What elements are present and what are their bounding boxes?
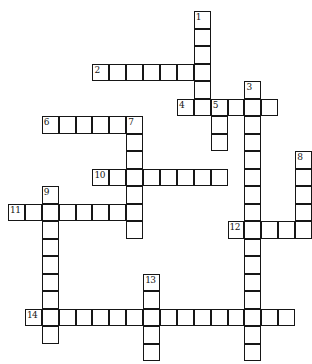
grid-cell-r12-c16[interactable]: [278, 221, 295, 239]
grid-cell-r3-c11[interactable]: [194, 64, 211, 82]
grid-cell-r18-c8[interactable]: [143, 326, 160, 344]
clue-number-1: 1: [196, 12, 201, 22]
grid-cell-r3-c10[interactable]: [177, 64, 194, 82]
crossword-board: 1234567810911121314: [8, 11, 312, 361]
grid-cell-r17-c7[interactable]: [126, 309, 143, 327]
grid-cell-r11-c7[interactable]: [126, 204, 143, 222]
grid-cell-r10-c2[interactable]: 9: [42, 186, 59, 204]
grid-cell-r8-c17[interactable]: 8: [295, 151, 312, 169]
grid-cell-r17-c13[interactable]: [228, 309, 245, 327]
grid-cell-r11-c14[interactable]: [244, 204, 261, 222]
grid-cell-r16-c2[interactable]: [42, 291, 59, 309]
grid-cell-r6-c14[interactable]: [244, 116, 261, 134]
clue-number-4: 4: [179, 100, 184, 110]
grid-cell-r17-c12[interactable]: [211, 309, 228, 327]
grid-cell-r10-c7[interactable]: [126, 186, 143, 204]
grid-cell-r16-c8[interactable]: [143, 291, 160, 309]
grid-cell-r5-c10[interactable]: 4: [177, 99, 194, 117]
grid-cell-r17-c11[interactable]: [194, 309, 211, 327]
grid-cell-r9-c9[interactable]: [160, 169, 177, 187]
grid-cell-r7-c12[interactable]: [211, 134, 228, 152]
grid-cell-r9-c11[interactable]: [194, 169, 211, 187]
grid-cell-r2-c11[interactable]: [194, 46, 211, 64]
grid-cell-r17-c5[interactable]: [92, 309, 109, 327]
clue-number-14: 14: [27, 310, 37, 320]
clue-number-7: 7: [128, 117, 133, 127]
grid-cell-r9-c10[interactable]: [177, 169, 194, 187]
grid-cell-r9-c17[interactable]: [295, 169, 312, 187]
grid-cell-r5-c14[interactable]: [244, 99, 261, 117]
grid-cell-r9-c7[interactable]: [126, 169, 143, 187]
grid-cell-r15-c8[interactable]: 13: [143, 274, 160, 292]
grid-cell-r17-c9[interactable]: [160, 309, 177, 327]
grid-cell-r6-c2[interactable]: 6: [42, 116, 59, 134]
grid-cell-r5-c11[interactable]: [194, 99, 211, 117]
grid-cell-r9-c5[interactable]: 10: [92, 169, 109, 187]
grid-cell-r5-c15[interactable]: [261, 99, 278, 117]
grid-cell-r14-c2[interactable]: [42, 256, 59, 274]
grid-cell-r6-c5[interactable]: [92, 116, 109, 134]
grid-cell-r16-c14[interactable]: [244, 291, 261, 309]
grid-cell-r3-c6[interactable]: [109, 64, 126, 82]
grid-cell-r17-c10[interactable]: [177, 309, 194, 327]
grid-cell-r17-c2[interactable]: [42, 309, 59, 327]
clue-number-6: 6: [44, 117, 49, 127]
grid-cell-r9-c8[interactable]: [143, 169, 160, 187]
grid-cell-r17-c1[interactable]: 14: [25, 309, 42, 327]
grid-cell-r17-c16[interactable]: [278, 309, 295, 327]
grid-cell-r18-c14[interactable]: [244, 326, 261, 344]
grid-cell-r8-c7[interactable]: [126, 151, 143, 169]
grid-cell-r9-c6[interactable]: [109, 169, 126, 187]
grid-cell-r12-c13[interactable]: 12: [228, 221, 245, 239]
clue-number-8: 8: [297, 152, 302, 162]
grid-cell-r5-c13[interactable]: [228, 99, 245, 117]
grid-cell-r17-c4[interactable]: [76, 309, 93, 327]
grid-cell-r11-c2[interactable]: [42, 204, 59, 222]
grid-cell-r1-c11[interactable]: [194, 29, 211, 47]
clue-number-9: 9: [44, 187, 49, 197]
grid-cell-r17-c8[interactable]: [143, 309, 160, 327]
clue-number-10: 10: [94, 170, 104, 180]
grid-cell-r12-c7[interactable]: [126, 221, 143, 239]
grid-cell-r12-c14[interactable]: [244, 221, 261, 239]
grid-cell-r11-c17[interactable]: [295, 204, 312, 222]
grid-cell-r18-c2[interactable]: [42, 326, 59, 344]
grid-cell-r12-c17[interactable]: [295, 221, 312, 239]
grid-cell-r12-c15[interactable]: [261, 221, 278, 239]
grid-cell-r11-c6[interactable]: [109, 204, 126, 222]
grid-cell-r12-c2[interactable]: [42, 221, 59, 239]
clue-number-12: 12: [230, 222, 240, 232]
grid-cell-r10-c14[interactable]: [244, 186, 261, 204]
clue-number-11: 11: [10, 205, 20, 215]
grid-cell-r15-c2[interactable]: [42, 274, 59, 292]
grid-cell-r3-c9[interactable]: [160, 64, 177, 82]
grid-cell-r13-c2[interactable]: [42, 239, 59, 257]
clue-number-3: 3: [246, 82, 251, 92]
grid-cell-r9-c14[interactable]: [244, 169, 261, 187]
clue-number-2: 2: [94, 65, 99, 75]
grid-cell-r0-c11[interactable]: 1: [194, 11, 211, 29]
grid-cell-r11-c4[interactable]: [76, 204, 93, 222]
grid-cell-r14-c14[interactable]: [244, 256, 261, 274]
grid-cell-r17-c14[interactable]: [244, 309, 261, 327]
grid-cell-r4-c14[interactable]: 3: [244, 81, 261, 99]
grid-cell-r6-c6[interactable]: [109, 116, 126, 134]
grid-cell-r7-c7[interactable]: [126, 134, 143, 152]
grid-cell-r3-c8[interactable]: [143, 64, 160, 82]
grid-cell-r4-c11[interactable]: [194, 81, 211, 99]
grid-cell-r10-c17[interactable]: [295, 186, 312, 204]
grid-cell-r19-c14[interactable]: [244, 344, 261, 362]
grid-cell-r3-c5[interactable]: 2: [92, 64, 109, 82]
clue-number-13: 13: [145, 275, 155, 285]
grid-cell-r19-c8[interactable]: [143, 344, 160, 362]
grid-cell-r3-c7[interactable]: [126, 64, 143, 82]
grid-cell-r6-c12[interactable]: [211, 116, 228, 134]
clue-number-5: 5: [213, 100, 218, 110]
grid-cell-r17-c3[interactable]: [59, 309, 76, 327]
grid-cell-r11-c3[interactable]: [59, 204, 76, 222]
grid-cell-r7-c14[interactable]: [244, 134, 261, 152]
grid-cell-r11-c0[interactable]: 11: [8, 204, 25, 222]
grid-cell-r6-c3[interactable]: [59, 116, 76, 134]
grid-cell-r17-c6[interactable]: [109, 309, 126, 327]
grid-cell-r5-c12[interactable]: 5: [211, 99, 228, 117]
grid-cell-r6-c4[interactable]: [76, 116, 93, 134]
grid-cell-r11-c1[interactable]: [25, 204, 42, 222]
grid-cell-r8-c14[interactable]: [244, 151, 261, 169]
grid-cell-r11-c5[interactable]: [92, 204, 109, 222]
grid-cell-r6-c7[interactable]: 7: [126, 116, 143, 134]
grid-cell-r15-c14[interactable]: [244, 274, 261, 292]
grid-cell-r13-c14[interactable]: [244, 239, 261, 257]
grid-cell-r9-c12[interactable]: [211, 169, 228, 187]
grid-cell-r17-c15[interactable]: [261, 309, 278, 327]
